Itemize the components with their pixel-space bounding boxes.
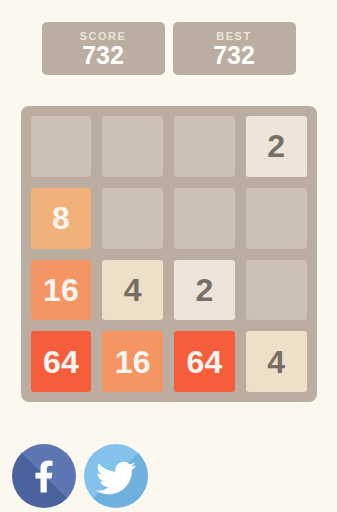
2048-app: SCORE 732 BEST 732 2816426416644 — [0, 0, 337, 512]
facebook-icon — [34, 458, 54, 495]
tile-64-r4c1: 64 — [31, 331, 92, 392]
tile-8-r2c1: 8 — [31, 188, 92, 249]
game-board[interactable]: 2816426416644 — [21, 106, 317, 402]
empty-cell-r2c3 — [174, 188, 235, 249]
score-box: SCORE 732 — [42, 22, 165, 75]
empty-cell-r1c2 — [102, 116, 163, 177]
tile-2-r3c3: 2 — [174, 260, 235, 321]
tile-64-r4c3: 64 — [174, 331, 235, 392]
share-bar — [12, 444, 337, 508]
best-box: BEST 732 — [173, 22, 296, 75]
twitter-icon — [96, 458, 136, 498]
empty-cell-r3c4 — [246, 260, 307, 321]
empty-cell-r2c4 — [246, 188, 307, 249]
best-value: 732 — [173, 42, 296, 70]
score-value: 732 — [42, 42, 165, 70]
twitter-share-button[interactable] — [84, 444, 148, 508]
tile-16-r4c2: 16 — [102, 331, 163, 392]
tile-16-r3c1: 16 — [31, 260, 92, 321]
score-panel: SCORE 732 BEST 732 — [0, 0, 337, 75]
tile-4-r3c2: 4 — [102, 260, 163, 321]
empty-cell-r1c1 — [31, 116, 92, 177]
facebook-share-button[interactable] — [12, 444, 76, 508]
empty-cell-r1c3 — [174, 116, 235, 177]
empty-cell-r2c2 — [102, 188, 163, 249]
tile-4-r4c4: 4 — [246, 331, 307, 392]
tile-2-r1c4: 2 — [246, 116, 307, 177]
